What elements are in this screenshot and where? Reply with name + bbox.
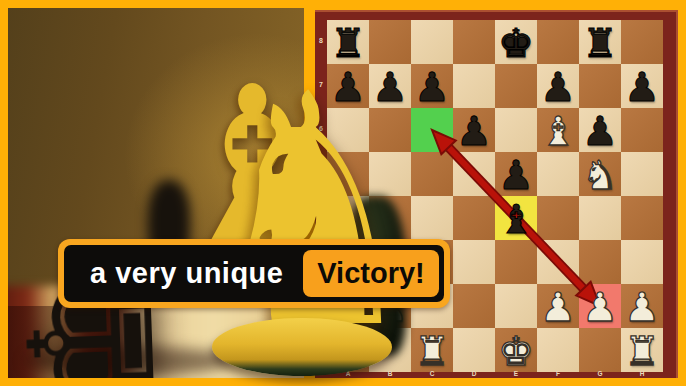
square-f4[interactable]	[537, 196, 579, 240]
square-e5[interactable]: ♟	[495, 152, 537, 196]
square-g3[interactable]	[579, 240, 621, 284]
square-b4[interactable]	[369, 196, 411, 240]
rank-label-8: 8	[316, 37, 326, 44]
piece-black-pawn-f7[interactable]: ♟	[537, 64, 579, 108]
square-a8[interactable]: ♜	[327, 20, 369, 64]
file-label-F: F	[552, 370, 564, 378]
square-b8[interactable]	[369, 20, 411, 64]
piece-white-pawn-f2[interactable]: ♟	[537, 284, 579, 328]
file-label-B: B	[384, 370, 396, 378]
board-squares: ♜♚♜♟♟♟♟♟♟♝♟♟♞♝♟♟♟♟♜♚♜	[327, 20, 663, 372]
square-f2[interactable]: ♟	[537, 284, 579, 328]
title-banner: a very unique Victory!	[58, 239, 450, 308]
piece-white-knight-g5[interactable]: ♞	[579, 152, 621, 196]
square-f8[interactable]	[537, 20, 579, 64]
square-g6[interactable]: ♟	[579, 108, 621, 152]
square-h5[interactable]	[621, 152, 663, 196]
rank-label-4: 4	[316, 213, 326, 220]
square-a4[interactable]	[327, 196, 369, 240]
chess-photo-panel: ♝ ♚	[8, 8, 304, 378]
piece-black-king-e8[interactable]: ♚	[495, 20, 537, 64]
piece-white-king-e1[interactable]: ♚	[495, 328, 537, 372]
square-c7[interactable]: ♟	[411, 64, 453, 108]
square-g5[interactable]: ♞	[579, 152, 621, 196]
square-a6[interactable]	[327, 108, 369, 152]
banner-victory-badge: Victory!	[303, 250, 439, 297]
square-a1[interactable]	[327, 328, 369, 372]
piece-black-pawn-h7[interactable]: ♟	[621, 64, 663, 108]
square-d7[interactable]	[453, 64, 495, 108]
piece-black-rook-a8[interactable]: ♜	[327, 20, 369, 64]
piece-white-pawn-g2[interactable]: ♟	[579, 284, 621, 328]
square-d2[interactable]	[453, 284, 495, 328]
piece-black-pawn-g6[interactable]: ♟	[579, 108, 621, 152]
square-g2[interactable]: ♟	[579, 284, 621, 328]
title-banner-inner: a very unique Victory!	[64, 245, 444, 302]
square-f5[interactable]	[537, 152, 579, 196]
banner-text: a very unique	[90, 245, 283, 302]
piece-white-rook-h1[interactable]: ♜	[621, 328, 663, 372]
square-h8[interactable]	[621, 20, 663, 64]
square-b6[interactable]	[369, 108, 411, 152]
square-h7[interactable]: ♟	[621, 64, 663, 108]
square-d5[interactable]	[453, 152, 495, 196]
square-h6[interactable]	[621, 108, 663, 152]
square-e1[interactable]: ♚	[495, 328, 537, 372]
piece-white-rook-c1[interactable]: ♜	[411, 328, 453, 372]
piece-black-pawn-a7[interactable]: ♟	[327, 64, 369, 108]
rank-label-5: 5	[316, 169, 326, 176]
square-f6[interactable]: ♝	[537, 108, 579, 152]
piece-white-bishop-f6[interactable]: ♝	[537, 108, 579, 152]
square-g1[interactable]	[579, 328, 621, 372]
square-h3[interactable]	[621, 240, 663, 284]
square-d1[interactable]	[453, 328, 495, 372]
square-e6[interactable]	[495, 108, 537, 152]
square-g7[interactable]	[579, 64, 621, 108]
square-b7[interactable]: ♟	[369, 64, 411, 108]
square-e4[interactable]: ♝	[495, 196, 537, 240]
square-d6[interactable]: ♟	[453, 108, 495, 152]
square-b5[interactable]	[369, 152, 411, 196]
square-c1[interactable]: ♜	[411, 328, 453, 372]
square-d8[interactable]	[453, 20, 495, 64]
square-g8[interactable]: ♜	[579, 20, 621, 64]
piece-black-pawn-e5[interactable]: ♟	[495, 152, 537, 196]
rank-label-6: 6	[316, 125, 326, 132]
thumbnail-frame: { "game": "chess", "position": { "fen": …	[0, 0, 686, 386]
rank-label-7: 7	[316, 81, 326, 88]
square-a7[interactable]: ♟	[327, 64, 369, 108]
rank-label-1: 1	[316, 345, 326, 352]
square-d3[interactable]	[453, 240, 495, 284]
chess-board: ♜♚♜♟♟♟♟♟♟♝♟♟♞♝♟♟♟♟♜♚♜ 87654321 ABCDEFGH	[315, 10, 678, 378]
square-e3[interactable]	[495, 240, 537, 284]
square-d4[interactable]	[453, 196, 495, 240]
square-c5[interactable]	[411, 152, 453, 196]
square-a5[interactable]	[327, 152, 369, 196]
square-h1[interactable]: ♜	[621, 328, 663, 372]
piece-black-pawn-b7[interactable]: ♟	[369, 64, 411, 108]
square-f7[interactable]: ♟	[537, 64, 579, 108]
square-h2[interactable]: ♟	[621, 284, 663, 328]
square-e2[interactable]	[495, 284, 537, 328]
square-g4[interactable]	[579, 196, 621, 240]
square-f1[interactable]	[537, 328, 579, 372]
square-c6[interactable]	[411, 108, 453, 152]
square-b1[interactable]	[369, 328, 411, 372]
piece-black-pawn-c7[interactable]: ♟	[411, 64, 453, 108]
square-c8[interactable]	[411, 20, 453, 64]
file-label-A: A	[342, 370, 354, 378]
file-label-D: D	[468, 370, 480, 378]
square-e7[interactable]	[495, 64, 537, 108]
square-c4[interactable]	[411, 196, 453, 240]
piece-black-pawn-d6[interactable]: ♟	[453, 108, 495, 152]
piece-white-pawn-h2[interactable]: ♟	[621, 284, 663, 328]
piece-black-rook-g8[interactable]: ♜	[579, 20, 621, 64]
piece-black-bishop-e4[interactable]: ♝	[495, 196, 537, 240]
square-h4[interactable]	[621, 196, 663, 240]
square-f3[interactable]	[537, 240, 579, 284]
square-e8[interactable]: ♚	[495, 20, 537, 64]
file-label-G: G	[594, 370, 606, 378]
